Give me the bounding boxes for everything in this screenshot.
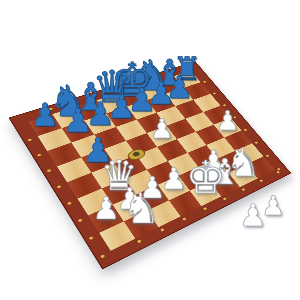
border-stud-icon	[46, 169, 51, 172]
border-stud-icon	[213, 92, 217, 94]
border-stud-icon	[265, 154, 269, 157]
border-stud-icon	[89, 236, 94, 240]
border-stud-icon	[243, 128, 247, 131]
border-stud-icon	[241, 188, 245, 191]
white-king-e1: ♚	[185, 155, 225, 200]
white-pawn-h4: ♟	[215, 107, 239, 134]
chess-set-photo: ♟♞♝♛♚♞♝♜♟♟♟♟♟♟♟♟♟♛♟♟♟♟♟♞♚♝♞♟♟	[0, 0, 300, 300]
white-pawn-a2: ♟	[92, 193, 120, 224]
border-stud-icon	[277, 167, 281, 170]
border-stud-icon	[100, 254, 105, 258]
blue-pawn-a8: ♟	[31, 99, 60, 131]
border-stud-icon	[203, 80, 207, 82]
border-stud-icon	[276, 171, 280, 174]
border-stud-icon	[27, 138, 32, 141]
border-stud-icon	[78, 218, 83, 222]
border-stud-icon	[37, 153, 42, 156]
border-stud-icon	[182, 217, 187, 221]
white-pawn-spare1: ♟	[239, 200, 267, 231]
border-stud-icon	[67, 201, 72, 205]
border-stud-icon	[203, 207, 207, 211]
white-knight-b1: ♞	[122, 187, 161, 230]
white-pawn-e5: ♟	[150, 115, 174, 142]
border-stud-icon	[136, 240, 141, 244]
border-stud-icon	[56, 185, 61, 189]
